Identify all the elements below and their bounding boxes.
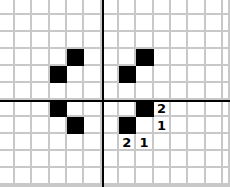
grid-cell xyxy=(188,0,205,15)
grid-cell xyxy=(171,32,188,49)
grid-cell xyxy=(102,185,119,187)
coordinate-grid-board: 2121 xyxy=(0,0,230,187)
grid-cell xyxy=(84,117,101,134)
grid-cell xyxy=(15,15,32,32)
filled-square xyxy=(50,66,67,83)
grid-cell xyxy=(188,49,205,66)
grid-cell xyxy=(84,100,101,117)
grid-cell xyxy=(102,83,119,100)
grid-cell xyxy=(84,15,101,32)
grid-cell xyxy=(188,66,205,83)
grid-cell xyxy=(32,185,49,187)
grid-cell xyxy=(206,151,223,168)
filled-square xyxy=(119,66,136,83)
grid-cell xyxy=(223,185,230,187)
grid-cell xyxy=(188,168,205,185)
grid-cell xyxy=(206,0,223,15)
grid-cell xyxy=(171,0,188,15)
grid-cell xyxy=(67,15,84,32)
grid-cell xyxy=(15,117,32,134)
grid-cell xyxy=(223,0,230,15)
grid-cell xyxy=(0,83,15,100)
grid-cell xyxy=(102,49,119,66)
grid-cell xyxy=(15,185,32,187)
grid-cell xyxy=(188,185,205,187)
grid-cell xyxy=(206,185,223,187)
grid-cell xyxy=(223,100,230,117)
grid-cell xyxy=(223,15,230,32)
grid-cell xyxy=(102,168,119,185)
grid-cell xyxy=(15,151,32,168)
grid-cell xyxy=(50,0,67,15)
grid-cell xyxy=(0,32,15,49)
grid-cell xyxy=(50,32,67,49)
grid-cell xyxy=(188,151,205,168)
grid-cell xyxy=(84,168,101,185)
number-label: 2 xyxy=(119,134,136,151)
grid-cell xyxy=(206,117,223,134)
grid-cell xyxy=(119,100,136,117)
grid-cell xyxy=(50,83,67,100)
grid-cell xyxy=(171,185,188,187)
grid-cell xyxy=(223,66,230,83)
grid-cell xyxy=(32,0,49,15)
grid-cell xyxy=(154,15,171,32)
grid-cell xyxy=(32,32,49,49)
grid-cell xyxy=(119,15,136,32)
grid-cell xyxy=(0,134,15,151)
grid-cells: 2121 xyxy=(0,0,230,187)
grid-cell xyxy=(32,49,49,66)
grid-cell xyxy=(50,151,67,168)
grid-cell xyxy=(102,117,119,134)
grid-cell xyxy=(15,134,32,151)
grid-cell xyxy=(102,151,119,168)
grid-cell xyxy=(15,83,32,100)
grid-cell xyxy=(136,83,153,100)
filled-square xyxy=(136,100,153,117)
grid-cell xyxy=(206,134,223,151)
grid-cell xyxy=(136,117,153,134)
grid-cell xyxy=(206,32,223,49)
grid-cell xyxy=(154,83,171,100)
grid-cell xyxy=(0,0,15,15)
grid-cell xyxy=(171,49,188,66)
grid-cell xyxy=(188,83,205,100)
grid-cell xyxy=(154,66,171,83)
grid-cell xyxy=(15,100,32,117)
grid-cell xyxy=(50,15,67,32)
grid-cell xyxy=(119,83,136,100)
grid-cell xyxy=(32,15,49,32)
grid-cell xyxy=(136,185,153,187)
grid-cell xyxy=(84,66,101,83)
grid-cell xyxy=(171,15,188,32)
grid-cell xyxy=(0,168,15,185)
grid-cell xyxy=(136,168,153,185)
grid-cell xyxy=(32,151,49,168)
grid-cell xyxy=(50,117,67,134)
grid-cell xyxy=(188,117,205,134)
grid-cell xyxy=(171,83,188,100)
grid-cell xyxy=(206,49,223,66)
grid-cell xyxy=(67,0,84,15)
filled-square xyxy=(136,49,153,66)
grid-cell xyxy=(67,134,84,151)
grid-cell xyxy=(84,0,101,15)
grid-cell xyxy=(171,66,188,83)
filled-square xyxy=(67,49,84,66)
grid-cell xyxy=(32,66,49,83)
grid-cell xyxy=(206,66,223,83)
filled-square xyxy=(119,117,136,134)
grid-cell xyxy=(15,32,32,49)
grid-cell xyxy=(119,168,136,185)
grid-cell xyxy=(102,0,119,15)
grid-cell xyxy=(136,0,153,15)
grid-cell xyxy=(154,0,171,15)
grid-cell xyxy=(119,0,136,15)
grid-cell xyxy=(171,151,188,168)
grid-cell xyxy=(206,100,223,117)
grid-cell xyxy=(67,32,84,49)
grid-cell xyxy=(136,15,153,32)
number-label: 1 xyxy=(154,117,171,134)
grid-cell xyxy=(15,168,32,185)
grid-cell xyxy=(32,100,49,117)
grid-cell xyxy=(188,134,205,151)
grid-cell xyxy=(32,117,49,134)
grid-cell xyxy=(102,32,119,49)
number-label: 2 xyxy=(154,100,171,117)
grid-cell xyxy=(171,100,188,117)
grid-cell xyxy=(223,151,230,168)
grid-cell xyxy=(67,185,84,187)
grid-cell xyxy=(32,83,49,100)
grid-cell xyxy=(223,134,230,151)
grid-cell xyxy=(154,151,171,168)
grid-cell xyxy=(102,100,119,117)
grid-cell xyxy=(136,66,153,83)
grid-cell xyxy=(206,168,223,185)
grid-cell xyxy=(32,168,49,185)
grid-cell xyxy=(0,185,15,187)
grid-cell xyxy=(206,83,223,100)
number-label: 1 xyxy=(136,134,153,151)
grid-cell xyxy=(67,100,84,117)
grid-cell xyxy=(0,100,15,117)
grid-cell xyxy=(84,185,101,187)
grid-cell xyxy=(102,134,119,151)
grid-cell xyxy=(171,168,188,185)
grid-cell xyxy=(67,66,84,83)
grid-cell xyxy=(223,117,230,134)
grid-cell xyxy=(50,185,67,187)
grid-cell xyxy=(0,49,15,66)
grid-cell xyxy=(154,168,171,185)
grid-cell xyxy=(15,66,32,83)
grid-cell xyxy=(67,83,84,100)
grid-cell xyxy=(50,134,67,151)
grid-cell xyxy=(154,32,171,49)
grid-cell xyxy=(171,134,188,151)
grid-cell xyxy=(84,83,101,100)
grid-cell xyxy=(0,15,15,32)
grid-cell xyxy=(223,32,230,49)
grid-cell xyxy=(136,32,153,49)
grid-cell xyxy=(102,15,119,32)
grid-cell xyxy=(32,134,49,151)
x-axis xyxy=(0,100,230,102)
grid-cell xyxy=(223,83,230,100)
grid-cell xyxy=(154,185,171,187)
grid-cell xyxy=(84,49,101,66)
grid-cell xyxy=(119,151,136,168)
grid-cell xyxy=(102,66,119,83)
y-axis xyxy=(102,0,104,187)
grid-cell xyxy=(119,185,136,187)
grid-cell xyxy=(119,49,136,66)
grid-cell xyxy=(0,66,15,83)
grid-cell xyxy=(188,100,205,117)
grid-cell xyxy=(188,32,205,49)
grid-cell xyxy=(0,151,15,168)
grid-cell xyxy=(84,151,101,168)
grid-cell xyxy=(67,151,84,168)
grid-cell xyxy=(0,117,15,134)
filled-square xyxy=(67,117,84,134)
grid-cell xyxy=(223,168,230,185)
filled-square xyxy=(50,100,67,117)
grid-cell xyxy=(154,134,171,151)
grid-cell xyxy=(15,0,32,15)
grid-cell xyxy=(67,168,84,185)
grid-cell xyxy=(206,15,223,32)
grid-cell xyxy=(223,49,230,66)
grid-cell xyxy=(50,168,67,185)
grid-cell xyxy=(188,15,205,32)
grid-cell xyxy=(84,32,101,49)
grid-cell xyxy=(84,134,101,151)
grid-cell xyxy=(136,151,153,168)
grid-cell xyxy=(171,117,188,134)
grid-cell xyxy=(119,32,136,49)
grid-cell xyxy=(15,49,32,66)
grid-cell xyxy=(50,49,67,66)
grid-cell xyxy=(154,49,171,66)
